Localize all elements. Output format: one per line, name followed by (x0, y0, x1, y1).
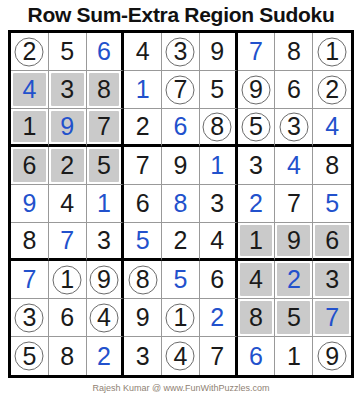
cell-r8c9[interactable]: 7 (313, 299, 351, 337)
digit: 9 (249, 77, 263, 102)
cell-r3c5[interactable]: 6 (162, 109, 200, 147)
digit: 3 (325, 267, 339, 292)
cell-r5c3[interactable]: 1 (87, 185, 125, 223)
digit: 9 (325, 344, 339, 369)
digit: 6 (22, 153, 36, 178)
digit: 4 (136, 39, 150, 64)
cell-r9c2[interactable]: 8 (49, 337, 87, 375)
digit: 9 (210, 39, 224, 64)
cell-r1c9[interactable]: 1 (313, 33, 351, 71)
cell-r8c2[interactable]: 6 (49, 299, 87, 337)
digit: 4 (325, 114, 339, 139)
digit: 8 (174, 191, 188, 216)
digit: 9 (97, 267, 111, 292)
cell-r4c5[interactable]: 9 (162, 147, 200, 185)
cell-r3c8[interactable]: 3 (275, 109, 313, 147)
cell-r9c9[interactable]: 9 (313, 337, 351, 375)
credit-line: Rajesh Kumar @ www.FunWithPuzzles.com (0, 383, 362, 393)
digit: 3 (60, 77, 74, 102)
cell-r9c3[interactable]: 2 (87, 337, 125, 375)
cell-r1c1[interactable]: 2 (11, 33, 49, 71)
cell-r3c3[interactable]: 7 (87, 109, 125, 147)
cell-r2c7[interactable]: 9 (238, 71, 276, 109)
digit: 1 (287, 344, 301, 369)
digit: 2 (60, 153, 74, 178)
digit: 1 (22, 114, 36, 139)
cell-r2c1[interactable]: 4 (11, 71, 49, 109)
cell-r2c6[interactable]: 5 (200, 71, 238, 109)
cell-r8c5[interactable]: 1 (162, 299, 200, 337)
digit: 9 (287, 228, 301, 253)
cell-r7c8[interactable]: 2 (275, 261, 313, 299)
cell-r4c4[interactable]: 7 (124, 147, 162, 185)
digit: 7 (210, 344, 224, 369)
cell-r5c4[interactable]: 6 (124, 185, 162, 223)
digit: 8 (136, 267, 150, 292)
digit: 4 (287, 153, 301, 178)
digit: 7 (22, 267, 36, 292)
cell-r7c4[interactable]: 8 (124, 261, 162, 299)
digit: 2 (136, 114, 150, 139)
cell-r9c5[interactable]: 4 (162, 337, 200, 375)
cell-r4c3[interactable]: 5 (87, 147, 125, 185)
cell-r4c7[interactable]: 3 (238, 147, 276, 185)
digit: 4 (249, 267, 263, 292)
cell-r6c6[interactable]: 4 (200, 223, 238, 261)
puzzle-title: Row Sum-Extra Region Sudoku (0, 0, 362, 27)
digit: 3 (97, 228, 111, 253)
digit: 4 (210, 228, 224, 253)
cell-r7c2[interactable]: 1 (49, 261, 87, 299)
cell-r3c4[interactable]: 2 (124, 109, 162, 147)
digit: 5 (97, 153, 111, 178)
digit: 1 (136, 77, 150, 102)
digit: 7 (60, 228, 74, 253)
cell-r9c4[interactable]: 3 (124, 337, 162, 375)
cell-r5c8[interactable]: 7 (275, 185, 313, 223)
digit: 5 (136, 228, 150, 253)
digit: 2 (249, 191, 263, 216)
digit: 2 (174, 228, 188, 253)
cell-r1c2[interactable]: 5 (49, 33, 87, 71)
digit: 8 (97, 77, 111, 102)
digit: 6 (210, 267, 224, 292)
cell-r7c6[interactable]: 6 (200, 261, 238, 299)
digit: 7 (174, 77, 188, 102)
cell-r1c4[interactable]: 4 (124, 33, 162, 71)
cell-r8c8[interactable]: 5 (275, 299, 313, 337)
digit: 5 (174, 267, 188, 292)
cell-r1c7[interactable]: 7 (238, 33, 276, 71)
cell-r3c6[interactable]: 8 (200, 109, 238, 147)
digit: 8 (325, 153, 339, 178)
cell-r5c2[interactable]: 4 (49, 185, 87, 223)
cell-r6c9[interactable]: 6 (313, 223, 351, 261)
digit: 3 (210, 191, 224, 216)
digit: 1 (325, 39, 339, 64)
digit: 5 (249, 114, 263, 139)
cell-r7c3[interactable]: 9 (87, 261, 125, 299)
digit: 8 (22, 228, 36, 253)
digit: 1 (97, 191, 111, 216)
digit: 1 (210, 153, 224, 178)
digit: 5 (210, 77, 224, 102)
cell-r6c1[interactable]: 8 (11, 223, 49, 261)
cell-r8c4[interactable]: 9 (124, 299, 162, 337)
digit: 1 (249, 228, 263, 253)
cell-r1c3[interactable]: 6 (87, 33, 125, 71)
cell-r4c8[interactable]: 4 (275, 147, 313, 185)
cell-r1c6[interactable]: 9 (200, 33, 238, 71)
digit: 5 (22, 344, 36, 369)
cell-r4c1[interactable]: 6 (11, 147, 49, 185)
digit: 5 (325, 191, 339, 216)
cell-r7c7[interactable]: 4 (238, 261, 276, 299)
digit: 4 (22, 77, 36, 102)
cell-r7c5[interactable]: 5 (162, 261, 200, 299)
cell-r4c2[interactable]: 2 (49, 147, 87, 185)
cell-r5c9[interactable]: 5 (313, 185, 351, 223)
cell-r2c5[interactable]: 7 (162, 71, 200, 109)
cell-r6c8[interactable]: 9 (275, 223, 313, 261)
digit: 6 (60, 305, 74, 330)
cell-r9c6[interactable]: 7 (200, 337, 238, 375)
digit: 7 (97, 114, 111, 139)
digit: 8 (210, 114, 224, 139)
cell-r4c9[interactable]: 8 (313, 147, 351, 185)
digit: 2 (287, 267, 301, 292)
digit: 9 (174, 153, 188, 178)
cell-r9c8[interactable]: 1 (275, 337, 313, 375)
cell-r5c5[interactable]: 8 (162, 185, 200, 223)
digit: 9 (60, 114, 74, 139)
digit: 7 (287, 191, 301, 216)
digit: 6 (325, 228, 339, 253)
digit: 3 (22, 305, 36, 330)
cell-r2c8[interactable]: 6 (275, 71, 313, 109)
cell-r8c6[interactable]: 2 (200, 299, 238, 337)
digit: 7 (136, 153, 150, 178)
cell-r3c2[interactable]: 9 (49, 109, 87, 147)
digit: 1 (60, 267, 74, 292)
digit: 7 (325, 305, 339, 330)
digit: 3 (287, 114, 301, 139)
cell-r6c2[interactable]: 7 (49, 223, 87, 261)
cell-r3c9[interactable]: 4 (313, 109, 351, 147)
cell-r7c9[interactable]: 3 (313, 261, 351, 299)
digit: 6 (174, 114, 188, 139)
digit: 2 (97, 344, 111, 369)
digit: 1 (174, 305, 188, 330)
cell-r1c5[interactable]: 3 (162, 33, 200, 71)
digit: 3 (174, 39, 188, 64)
digit: 6 (249, 344, 263, 369)
sudoku-grid: 2564397814381759621972685346257913489416… (8, 30, 354, 378)
digit: 3 (136, 344, 150, 369)
cell-r8c1[interactable]: 3 (11, 299, 49, 337)
digit: 6 (97, 39, 111, 64)
digit: 2 (210, 305, 224, 330)
digit: 2 (22, 39, 36, 64)
cell-r2c9[interactable]: 2 (313, 71, 351, 109)
cell-r6c4[interactable]: 5 (124, 223, 162, 261)
digit: 7 (249, 39, 263, 64)
cell-r9c1[interactable]: 5 (11, 337, 49, 375)
cell-r7c1[interactable]: 7 (11, 261, 49, 299)
digit: 8 (287, 39, 301, 64)
digit: 8 (249, 305, 263, 330)
digit: 6 (136, 191, 150, 216)
cell-r3c1[interactable]: 1 (11, 109, 49, 147)
cell-r6c7[interactable]: 1 (238, 223, 276, 261)
cell-r5c7[interactable]: 2 (238, 185, 276, 223)
cell-r5c6[interactable]: 3 (200, 185, 238, 223)
cell-r6c3[interactable]: 3 (87, 223, 125, 261)
cell-r4c6[interactable]: 1 (200, 147, 238, 185)
digit: 6 (287, 77, 301, 102)
digit: 9 (136, 305, 150, 330)
cell-r2c3[interactable]: 8 (87, 71, 125, 109)
digit: 5 (287, 305, 301, 330)
cell-r5c1[interactable]: 9 (11, 185, 49, 223)
cell-r6c5[interactable]: 2 (162, 223, 200, 261)
digit: 2 (325, 77, 339, 102)
cell-r2c2[interactable]: 3 (49, 71, 87, 109)
digit: 4 (60, 191, 74, 216)
digit: 5 (60, 39, 74, 64)
digit: 9 (22, 191, 36, 216)
cell-r2c4[interactable]: 1 (124, 71, 162, 109)
digit: 3 (249, 153, 263, 178)
cell-r8c3[interactable]: 4 (87, 299, 125, 337)
cell-r8c7[interactable]: 8 (238, 299, 276, 337)
digit: 8 (60, 344, 74, 369)
cell-r1c8[interactable]: 8 (275, 33, 313, 71)
digit: 4 (174, 344, 188, 369)
cell-r3c7[interactable]: 5 (238, 109, 276, 147)
cell-r9c7[interactable]: 6 (238, 337, 276, 375)
digit: 4 (97, 305, 111, 330)
